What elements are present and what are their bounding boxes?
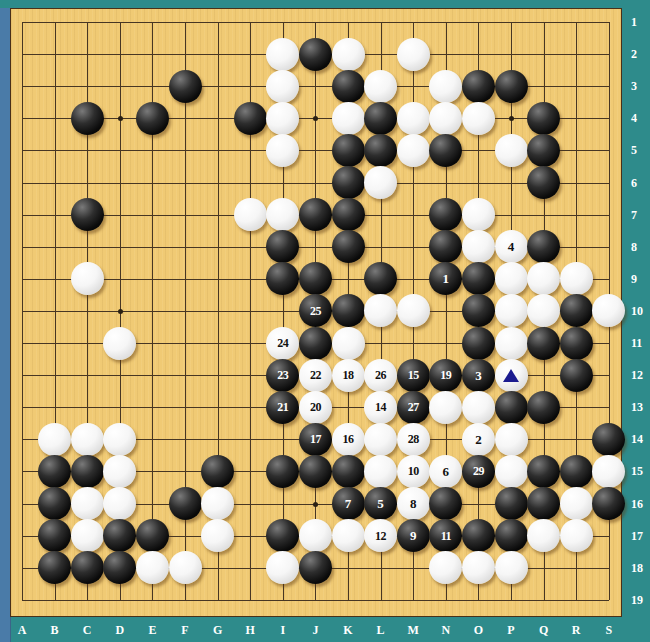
stone-J14[interactable]: 17	[299, 423, 332, 456]
stone-O8[interactable]	[462, 230, 495, 263]
row-label-15: 15	[627, 464, 650, 479]
row-label-3: 3	[627, 79, 650, 94]
column-label-A: A	[13, 623, 31, 638]
stone-O12[interactable]: 3	[462, 359, 495, 392]
row-label-16: 16	[627, 497, 650, 512]
stone-P10[interactable]	[495, 294, 528, 327]
stone-M17[interactable]: 9	[397, 519, 430, 552]
row-label-14: 14	[627, 432, 650, 447]
grid-line-horizontal	[22, 600, 609, 601]
stone-J10[interactable]: 25	[299, 294, 332, 327]
stone-F3[interactable]	[169, 70, 202, 103]
stone-M10[interactable]	[397, 294, 430, 327]
stone-O13[interactable]	[462, 391, 495, 424]
stone-R15[interactable]	[560, 455, 593, 488]
stone-J17[interactable]	[299, 519, 332, 552]
stone-M4[interactable]	[397, 102, 430, 135]
stone-P5[interactable]	[495, 134, 528, 167]
stone-I17[interactable]	[266, 519, 299, 552]
stone-C9[interactable]	[71, 262, 104, 295]
stone-S14[interactable]	[592, 423, 625, 456]
star-point-J16	[313, 502, 318, 507]
stone-C4[interactable]	[71, 102, 104, 135]
move-number-label: 3	[475, 369, 482, 382]
stone-L15[interactable]	[364, 455, 397, 488]
stone-O11[interactable]	[462, 327, 495, 360]
stone-F16[interactable]	[169, 487, 202, 520]
column-label-B: B	[46, 623, 64, 638]
row-label-19: 19	[627, 593, 650, 608]
move-number-label: 4	[508, 240, 515, 253]
stone-S15[interactable]	[592, 455, 625, 488]
stone-J2[interactable]	[299, 38, 332, 71]
move-number-label: 8	[410, 497, 417, 510]
stone-B16[interactable]	[38, 487, 71, 520]
row-label-2: 2	[627, 47, 650, 62]
stone-S10[interactable]	[592, 294, 625, 327]
go-app-window: 4125242322182615193212014271716282106297…	[0, 0, 650, 642]
stone-P9[interactable]	[495, 262, 528, 295]
stone-P8[interactable]: 4	[495, 230, 528, 263]
stone-Q11[interactable]	[527, 327, 560, 360]
stone-P17[interactable]	[495, 519, 528, 552]
stone-R9[interactable]	[560, 262, 593, 295]
stone-Q4[interactable]	[527, 102, 560, 135]
stone-Q5[interactable]	[527, 134, 560, 167]
column-label-J: J	[306, 623, 324, 638]
stone-N8[interactable]	[429, 230, 462, 263]
stone-P3[interactable]	[495, 70, 528, 103]
stone-E4[interactable]	[136, 102, 169, 135]
stone-H7[interactable]	[234, 198, 267, 231]
stone-P11[interactable]	[495, 327, 528, 360]
stone-J15[interactable]	[299, 455, 332, 488]
column-label-C: C	[78, 623, 96, 638]
stone-P14[interactable]	[495, 423, 528, 456]
stone-G17[interactable]	[201, 519, 234, 552]
column-label-D: D	[111, 623, 129, 638]
move-number-label: 23	[277, 369, 288, 381]
stone-B15[interactable]	[38, 455, 71, 488]
stone-G16[interactable]	[201, 487, 234, 520]
stone-D14[interactable]	[103, 423, 136, 456]
column-label-M: M	[404, 623, 422, 638]
stone-B18[interactable]	[38, 551, 71, 584]
stone-K3[interactable]	[332, 70, 365, 103]
column-label-H: H	[241, 623, 259, 638]
move-number-label: 6	[443, 465, 450, 478]
stone-M5[interactable]	[397, 134, 430, 167]
move-number-label: 5	[377, 497, 384, 510]
stone-K12[interactable]: 18	[332, 359, 365, 392]
row-label-18: 18	[627, 561, 650, 576]
stone-I5[interactable]	[266, 134, 299, 167]
column-label-R: R	[567, 623, 585, 638]
star-point-P4	[509, 116, 514, 121]
stone-L14[interactable]	[364, 423, 397, 456]
stone-B17[interactable]	[38, 519, 71, 552]
row-label-1: 1	[627, 15, 650, 30]
stone-J9[interactable]	[299, 262, 332, 295]
stone-C15[interactable]	[71, 455, 104, 488]
stone-M13[interactable]: 27	[397, 391, 430, 424]
stone-J12[interactable]: 22	[299, 359, 332, 392]
stone-K14[interactable]: 16	[332, 423, 365, 456]
stone-L13[interactable]: 14	[364, 391, 397, 424]
stone-K10[interactable]	[332, 294, 365, 327]
stone-Q15[interactable]	[527, 455, 560, 488]
stone-J18[interactable]	[299, 551, 332, 584]
row-label-6: 6	[627, 176, 650, 191]
stone-C14[interactable]	[71, 423, 104, 456]
stone-K2[interactable]	[332, 38, 365, 71]
stone-O18[interactable]	[462, 551, 495, 584]
stone-C18[interactable]	[71, 551, 104, 584]
stone-D17[interactable]	[103, 519, 136, 552]
stone-N18[interactable]	[429, 551, 462, 584]
stone-L17[interactable]: 12	[364, 519, 397, 552]
row-label-4: 4	[627, 111, 650, 126]
stone-L3[interactable]	[364, 70, 397, 103]
stone-O10[interactable]	[462, 294, 495, 327]
stone-P12[interactable]	[495, 359, 528, 392]
move-number-label: 9	[410, 529, 417, 542]
stone-I3[interactable]	[266, 70, 299, 103]
star-point-J4	[313, 116, 318, 121]
row-label-9: 9	[627, 272, 650, 287]
stone-M2[interactable]	[397, 38, 430, 71]
move-number-label: 10	[408, 465, 419, 477]
stone-N7[interactable]	[429, 198, 462, 231]
stone-O17[interactable]	[462, 519, 495, 552]
stone-B14[interactable]	[38, 423, 71, 456]
move-number-label: 12	[375, 530, 386, 542]
stone-I4[interactable]	[266, 102, 299, 135]
stone-I11[interactable]: 24	[266, 327, 299, 360]
stone-M14[interactable]: 28	[397, 423, 430, 456]
stone-N3[interactable]	[429, 70, 462, 103]
stone-K6[interactable]	[332, 166, 365, 199]
stone-J11[interactable]	[299, 327, 332, 360]
stone-I2[interactable]	[266, 38, 299, 71]
stone-K17[interactable]	[332, 519, 365, 552]
stone-P13[interactable]	[495, 391, 528, 424]
stone-O3[interactable]	[462, 70, 495, 103]
stone-I18[interactable]	[266, 551, 299, 584]
row-label-12: 12	[627, 368, 650, 383]
star-point-D10	[118, 309, 123, 314]
move-number-label: 11	[441, 530, 451, 542]
row-label-10: 10	[627, 304, 650, 319]
stone-Q10[interactable]	[527, 294, 560, 327]
stone-D18[interactable]	[103, 551, 136, 584]
stone-K16[interactable]: 7	[332, 487, 365, 520]
column-label-O: O	[469, 623, 487, 638]
stone-K8[interactable]	[332, 230, 365, 263]
move-number-label: 25	[310, 305, 321, 317]
stone-C16[interactable]	[71, 487, 104, 520]
stone-P16[interactable]	[495, 487, 528, 520]
stone-S16[interactable]	[592, 487, 625, 520]
column-label-N: N	[437, 623, 455, 638]
column-label-G: G	[209, 623, 227, 638]
stone-N13[interactable]	[429, 391, 462, 424]
move-number-label: 7	[345, 497, 352, 510]
column-label-L: L	[372, 623, 390, 638]
stone-N5[interactable]	[429, 134, 462, 167]
row-label-11: 11	[627, 336, 650, 351]
move-number-label: 19	[440, 369, 451, 381]
stone-N12[interactable]: 19	[429, 359, 462, 392]
move-number-label: 26	[375, 369, 386, 381]
column-label-Q: Q	[535, 623, 553, 638]
stone-N17[interactable]: 11	[429, 519, 462, 552]
column-label-P: P	[502, 623, 520, 638]
stone-M15[interactable]: 10	[397, 455, 430, 488]
go-board[interactable]: 4125242322182615193212014271716282106297…	[10, 8, 622, 617]
stone-C7[interactable]	[71, 198, 104, 231]
stone-R10[interactable]	[560, 294, 593, 327]
stone-H4[interactable]	[234, 102, 267, 135]
stone-I12[interactable]: 23	[266, 359, 299, 392]
stone-F18[interactable]	[169, 551, 202, 584]
stone-Q17[interactable]	[527, 519, 560, 552]
stone-J7[interactable]	[299, 198, 332, 231]
stone-J13[interactable]: 20	[299, 391, 332, 424]
stone-L10[interactable]	[364, 294, 397, 327]
stone-L6[interactable]	[364, 166, 397, 199]
stone-K7[interactable]	[332, 198, 365, 231]
stone-K4[interactable]	[332, 102, 365, 135]
column-label-K: K	[339, 623, 357, 638]
stone-L9[interactable]	[364, 262, 397, 295]
stone-Q8[interactable]	[527, 230, 560, 263]
stone-I8[interactable]	[266, 230, 299, 263]
stone-R16[interactable]	[560, 487, 593, 520]
move-number-label: 17	[310, 433, 321, 445]
move-number-label: 21	[277, 401, 288, 413]
stone-O7[interactable]	[462, 198, 495, 231]
move-number-label: 2	[475, 433, 482, 446]
stone-O15[interactable]: 29	[462, 455, 495, 488]
move-number-label: 1	[443, 272, 450, 285]
column-label-E: E	[143, 623, 161, 638]
star-point-D4	[118, 116, 123, 121]
move-number-label: 22	[310, 369, 321, 381]
stone-I7[interactable]	[266, 198, 299, 231]
stone-I15[interactable]	[266, 455, 299, 488]
stone-L16[interactable]: 5	[364, 487, 397, 520]
stone-E18[interactable]	[136, 551, 169, 584]
stone-N9[interactable]: 1	[429, 262, 462, 295]
row-label-8: 8	[627, 240, 650, 255]
move-number-label: 27	[408, 401, 419, 413]
move-number-label: 15	[408, 369, 419, 381]
stone-R17[interactable]	[560, 519, 593, 552]
stone-D11[interactable]	[103, 327, 136, 360]
move-number-label: 18	[343, 369, 354, 381]
row-label-17: 17	[627, 529, 650, 544]
stone-I9[interactable]	[266, 262, 299, 295]
column-label-F: F	[176, 623, 194, 638]
stone-O14[interactable]: 2	[462, 423, 495, 456]
move-number-label: 29	[473, 465, 484, 477]
stone-K5[interactable]	[332, 134, 365, 167]
stone-R12[interactable]	[560, 359, 593, 392]
stone-O4[interactable]	[462, 102, 495, 135]
stone-Q6[interactable]	[527, 166, 560, 199]
stone-O9[interactable]	[462, 262, 495, 295]
move-number-label: 16	[343, 433, 354, 445]
stone-D16[interactable]	[103, 487, 136, 520]
stone-M16[interactable]: 8	[397, 487, 430, 520]
stone-I13[interactable]: 21	[266, 391, 299, 424]
row-label-5: 5	[627, 143, 650, 158]
stone-P18[interactable]	[495, 551, 528, 584]
stone-L5[interactable]	[364, 134, 397, 167]
stone-R11[interactable]	[560, 327, 593, 360]
stone-N4[interactable]	[429, 102, 462, 135]
stone-N15[interactable]: 6	[429, 455, 462, 488]
stone-Q13[interactable]	[527, 391, 560, 424]
stone-L12[interactable]: 26	[364, 359, 397, 392]
row-label-7: 7	[627, 208, 650, 223]
row-label-13: 13	[627, 400, 650, 415]
stone-Q16[interactable]	[527, 487, 560, 520]
stone-M12[interactable]: 15	[397, 359, 430, 392]
move-number-label: 24	[277, 337, 288, 349]
move-number-label: 20	[310, 401, 321, 413]
stone-N16[interactable]	[429, 487, 462, 520]
stone-P15[interactable]	[495, 455, 528, 488]
move-number-label: 28	[408, 433, 419, 445]
column-label-I: I	[274, 623, 292, 638]
triangle-marker-icon	[503, 369, 519, 382]
stone-E17[interactable]	[136, 519, 169, 552]
stone-K11[interactable]	[332, 327, 365, 360]
stone-Q9[interactable]	[527, 262, 560, 295]
column-label-S: S	[600, 623, 618, 638]
stone-L4[interactable]	[364, 102, 397, 135]
move-number-label: 14	[375, 401, 386, 413]
stone-G15[interactable]	[201, 455, 234, 488]
stone-D15[interactable]	[103, 455, 136, 488]
stone-K15[interactable]	[332, 455, 365, 488]
stone-C17[interactable]	[71, 519, 104, 552]
